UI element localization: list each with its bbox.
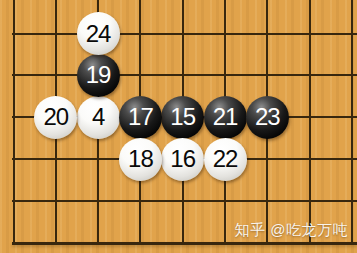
board-surface[interactable]: 415161718192021222324 知乎 @吃龙万吨 <box>0 0 357 253</box>
stone-black-17[interactable]: 17 <box>119 96 162 139</box>
stone-white-18[interactable]: 18 <box>119 138 162 181</box>
grid-line-bottom-border <box>12 242 357 245</box>
grid-line-v-9 <box>351 0 353 245</box>
stone-black-23[interactable]: 23 <box>246 96 289 139</box>
stone-white-22[interactable]: 22 <box>204 138 247 181</box>
stone-white-4[interactable]: 4 <box>77 96 120 139</box>
grid-line-h-1 <box>12 33 357 35</box>
grid-line-v-8 <box>309 0 311 245</box>
stone-black-21[interactable]: 21 <box>204 96 247 139</box>
stone-black-19[interactable]: 19 <box>77 54 120 97</box>
stone-white-16[interactable]: 16 <box>161 138 204 181</box>
stone-white-24[interactable]: 24 <box>77 12 120 55</box>
watermark: 知乎 @吃龙万吨 <box>235 221 348 240</box>
stone-white-20[interactable]: 20 <box>34 96 77 139</box>
go-board-diagram: 415161718192021222324 知乎 @吃龙万吨 <box>0 0 357 253</box>
grid-line-h-5 <box>12 200 357 202</box>
grid-line-v-1 <box>13 0 15 245</box>
grid-line-h-2 <box>12 74 357 76</box>
stone-black-15[interactable]: 15 <box>161 96 204 139</box>
